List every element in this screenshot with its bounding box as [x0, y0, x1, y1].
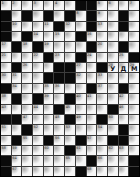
- black-cell: [54, 63, 64, 72]
- grid-cell[interactable]: [12, 105, 22, 114]
- grid-cell[interactable]: 55: [22, 136, 32, 145]
- black-cell: [1, 115, 11, 124]
- grid-cell[interactable]: [129, 32, 139, 41]
- grid-cell[interactable]: 13: [97, 22, 107, 31]
- grid-cell[interactable]: 44: [33, 105, 43, 114]
- grid-cell[interactable]: 32: [76, 73, 86, 82]
- grid-cell[interactable]: [129, 115, 139, 124]
- clue-number: 36: [55, 84, 59, 88]
- black-cell: [87, 84, 97, 93]
- grid-cell[interactable]: [33, 22, 43, 31]
- grid-cell[interactable]: 28У: [108, 63, 118, 72]
- black-cell: [76, 167, 86, 176]
- grid-cell[interactable]: 5: [97, 1, 107, 10]
- grid-cell[interactable]: [44, 1, 54, 10]
- clue-number: 61: [76, 146, 80, 150]
- grid-cell[interactable]: 6: [108, 1, 118, 10]
- black-cell: [76, 32, 86, 41]
- grid-cell[interactable]: 24: [87, 53, 97, 62]
- black-cell: [87, 156, 97, 165]
- grid-cell[interactable]: [108, 156, 118, 165]
- black-cell: [12, 115, 22, 124]
- black-cell: [33, 42, 43, 51]
- grid-cell[interactable]: [44, 63, 54, 72]
- grid-cell[interactable]: 38: [1, 94, 11, 103]
- grid-cell[interactable]: [22, 167, 32, 176]
- grid-cell[interactable]: [65, 32, 75, 41]
- clue-number: 51: [2, 125, 6, 129]
- black-cell: [22, 32, 32, 41]
- black-cell: [12, 42, 22, 51]
- grid-cell[interactable]: [65, 167, 75, 176]
- grid-cell[interactable]: 67: [12, 167, 22, 176]
- grid-cell[interactable]: [65, 42, 75, 51]
- grid-cell[interactable]: 59: [12, 146, 22, 155]
- clue-number: 7: [130, 1, 132, 5]
- clue-number: 45: [66, 105, 70, 109]
- clue-number: 59: [12, 146, 16, 150]
- clue-number: 47: [23, 115, 27, 119]
- grid-cell[interactable]: [97, 53, 107, 62]
- black-cell: [129, 156, 139, 165]
- clue-number: 68: [87, 167, 91, 171]
- grid-cell[interactable]: [97, 94, 107, 103]
- grid-cell[interactable]: 8: [76, 11, 86, 20]
- clue-number: 41: [87, 94, 91, 98]
- clue-number: 21: [2, 53, 6, 57]
- black-cell: [33, 94, 43, 103]
- grid-cell[interactable]: 17: [1, 42, 11, 51]
- black-cell: [54, 105, 64, 114]
- grid-cell[interactable]: 43: [1, 105, 11, 114]
- clue-number: 66: [98, 156, 102, 160]
- grid-cell[interactable]: [87, 115, 97, 124]
- grid-cell[interactable]: [22, 94, 32, 103]
- grid-cell[interactable]: [12, 32, 22, 41]
- clue-number: 11: [44, 22, 48, 26]
- grid-cell[interactable]: 53: [65, 125, 75, 134]
- grid-cell[interactable]: 7: [129, 1, 139, 10]
- grid-cell[interactable]: 26: [22, 63, 32, 72]
- clue-number: 22: [34, 53, 38, 57]
- black-cell: [1, 156, 11, 165]
- grid-cell[interactable]: [54, 125, 64, 134]
- clue-number: 56: [55, 136, 59, 140]
- black-cell: [87, 11, 97, 20]
- clue-number: 25: [119, 53, 123, 57]
- clue-number: 43: [2, 105, 6, 109]
- grid-cell[interactable]: [97, 32, 107, 41]
- grid-cell[interactable]: 18: [22, 42, 32, 51]
- grid-cell[interactable]: [87, 125, 97, 134]
- grid-cell[interactable]: 47: [22, 115, 32, 124]
- grid-cell[interactable]: [76, 105, 86, 114]
- grid-cell[interactable]: [119, 1, 129, 10]
- clue-number: 62: [108, 146, 112, 150]
- clue-number: 55: [23, 136, 27, 140]
- grid-cell[interactable]: 31: [12, 73, 22, 82]
- clue-number: 19: [44, 42, 48, 46]
- grid-cell[interactable]: [33, 167, 43, 176]
- clue-number: 27: [76, 63, 80, 67]
- grid-cell[interactable]: [54, 11, 64, 20]
- grid-cell[interactable]: 36: [54, 84, 64, 93]
- clue-number: 63: [119, 146, 123, 150]
- black-cell: [54, 73, 64, 82]
- grid-cell[interactable]: [108, 84, 118, 93]
- grid-cell[interactable]: [76, 84, 86, 93]
- grid-cell[interactable]: 29М: [129, 63, 139, 72]
- grid-cell[interactable]: 14: [33, 32, 43, 41]
- clue-number: 40: [76, 94, 80, 98]
- grid-cell[interactable]: [129, 94, 139, 103]
- grid-cell[interactable]: 49: [76, 115, 86, 124]
- clue-number: 52: [34, 125, 38, 129]
- grid-cell[interactable]: 63: [119, 146, 129, 155]
- clue-number: 37: [98, 84, 102, 88]
- grid-cell[interactable]: [87, 73, 97, 82]
- black-cell: [12, 94, 22, 103]
- grid-cell[interactable]: [1, 136, 11, 145]
- grid-cell[interactable]: 61: [76, 146, 86, 155]
- grid-cell[interactable]: [108, 32, 118, 41]
- clue-number: 39: [44, 94, 48, 98]
- clue-number: 2: [12, 1, 14, 5]
- grid-cell[interactable]: 39: [44, 94, 54, 103]
- black-cell: [119, 22, 129, 31]
- grid-cell[interactable]: [97, 167, 107, 176]
- clue-number: 65: [66, 156, 70, 160]
- grid-cell[interactable]: [108, 94, 118, 103]
- grid-cell[interactable]: [129, 84, 139, 93]
- black-cell: [76, 1, 86, 10]
- black-cell: [65, 94, 75, 103]
- grid-cell[interactable]: 19: [44, 42, 54, 51]
- grid-cell[interactable]: [44, 105, 54, 114]
- clue-number: 20: [98, 42, 102, 46]
- grid-cell[interactable]: [76, 125, 86, 134]
- grid-cell[interactable]: [76, 42, 86, 51]
- black-cell: [44, 73, 54, 82]
- clue-number: 18: [23, 42, 27, 46]
- black-cell: [1, 32, 11, 41]
- clue-number: 9: [98, 11, 100, 15]
- clue-number: 67: [12, 167, 16, 171]
- black-cell: [44, 136, 54, 145]
- grid-cell[interactable]: 65: [65, 156, 75, 165]
- grid-cell[interactable]: [33, 115, 43, 124]
- crossword-board: 1234567891011121314151617181920212223242…: [0, 0, 140, 177]
- black-cell: [44, 11, 54, 20]
- grid-cell[interactable]: [129, 136, 139, 145]
- grid-cell[interactable]: [108, 125, 118, 134]
- grid-cell[interactable]: 58: [1, 146, 11, 155]
- grid-cell[interactable]: 10: [12, 22, 22, 31]
- black-cell: [22, 11, 32, 20]
- grid-cell[interactable]: [22, 84, 32, 93]
- black-cell: [22, 125, 32, 134]
- grid-cell[interactable]: 60: [44, 146, 54, 155]
- grid-cell[interactable]: [65, 53, 75, 62]
- grid-cell[interactable]: [65, 84, 75, 93]
- grid-cell[interactable]: 4: [54, 1, 64, 10]
- grid-cell[interactable]: [54, 146, 64, 155]
- black-cell: [119, 125, 129, 134]
- grid-cell[interactable]: 40: [76, 94, 86, 103]
- grid-cell[interactable]: 50: [108, 115, 118, 124]
- black-cell: [12, 136, 22, 145]
- clue-number: 4: [55, 1, 57, 5]
- grid-cell[interactable]: [76, 156, 86, 165]
- grid-cell[interactable]: [12, 125, 22, 134]
- black-cell: [97, 115, 107, 124]
- grid-cell[interactable]: [33, 73, 43, 82]
- grid-cell[interactable]: [54, 156, 64, 165]
- grid-cell[interactable]: 20: [97, 42, 107, 51]
- black-cell: [87, 42, 97, 51]
- grid-cell[interactable]: [22, 105, 32, 114]
- grid-cell[interactable]: [108, 11, 118, 20]
- grid-cell[interactable]: [22, 22, 32, 31]
- black-cell: [119, 11, 129, 20]
- clue-number: 38: [2, 94, 6, 98]
- grid-cell[interactable]: 52: [33, 125, 43, 134]
- grid-cell[interactable]: [54, 167, 64, 176]
- clue-number: 60: [44, 146, 48, 150]
- grid-cell[interactable]: 48: [54, 115, 64, 124]
- grid-cell[interactable]: [44, 125, 54, 134]
- clue-number: 34: [12, 84, 16, 88]
- grid-cell[interactable]: 62: [108, 146, 118, 155]
- grid-cell[interactable]: [44, 32, 54, 41]
- grid-cell[interactable]: [65, 1, 75, 10]
- grid-cell[interactable]: 25: [119, 53, 129, 62]
- clue-number: 3: [34, 1, 36, 5]
- black-cell: [44, 53, 54, 62]
- black-cell: [119, 136, 129, 145]
- grid-cell[interactable]: 34: [12, 84, 22, 93]
- clue-number: 5: [98, 1, 100, 5]
- grid-cell[interactable]: [119, 73, 129, 82]
- grid-cell[interactable]: 23: [54, 53, 64, 62]
- clue-number: 1: [2, 1, 4, 5]
- clue-number: 49: [76, 115, 80, 119]
- grid-cell[interactable]: [12, 53, 22, 62]
- grid-cell[interactable]: 42: [119, 94, 129, 103]
- clue-number: 26: [23, 63, 27, 67]
- clue-number: 30: [2, 73, 6, 77]
- clue-number: 14: [34, 32, 38, 36]
- grid-cell[interactable]: [129, 11, 139, 20]
- clue-number: 23: [55, 53, 59, 57]
- grid-cell[interactable]: 12: [65, 22, 75, 31]
- black-cell: [65, 146, 75, 155]
- grid-cell[interactable]: [129, 125, 139, 134]
- grid-cell[interactable]: [65, 136, 75, 145]
- grid-cell[interactable]: [1, 63, 11, 72]
- black-cell: [65, 63, 75, 72]
- grid-cell[interactable]: [12, 11, 22, 20]
- black-cell: [129, 167, 139, 176]
- clue-number: 50: [108, 115, 112, 119]
- clue-number: 16: [87, 32, 91, 36]
- black-cell: [87, 22, 97, 31]
- grid-cell[interactable]: 2: [12, 1, 22, 10]
- grid-cell[interactable]: 15: [54, 32, 64, 41]
- black-cell: [119, 84, 129, 93]
- clue-number: 12: [66, 22, 70, 26]
- grid-cell[interactable]: 57: [87, 136, 97, 145]
- black-cell: [65, 73, 75, 82]
- grid-cell[interactable]: 33: [97, 73, 107, 82]
- grid-cell[interactable]: [44, 115, 54, 124]
- grid-cell[interactable]: [87, 105, 97, 114]
- black-cell: [76, 136, 86, 145]
- clue-number: 32: [76, 73, 80, 77]
- grid-cell[interactable]: [22, 156, 32, 165]
- clue-number: 31: [12, 73, 16, 77]
- grid-cell[interactable]: [22, 53, 32, 62]
- grid-cell[interactable]: [119, 115, 129, 124]
- clue-number: 8: [76, 11, 78, 15]
- grid-cell[interactable]: [54, 94, 64, 103]
- grid-cell[interactable]: 21: [1, 53, 11, 62]
- black-cell: [76, 53, 86, 62]
- clue-number: 53: [66, 125, 70, 129]
- clue-number: 57: [87, 136, 91, 140]
- grid-cell[interactable]: 3: [33, 1, 43, 10]
- grid-cell[interactable]: Д: [119, 63, 129, 72]
- black-cell: [1, 167, 11, 176]
- grid-cell[interactable]: [33, 156, 43, 165]
- grid-cell[interactable]: [33, 146, 43, 155]
- black-cell: [129, 53, 139, 62]
- grid-cell[interactable]: [129, 73, 139, 82]
- clue-number: 48: [55, 115, 59, 119]
- clue-number: 46: [119, 105, 123, 109]
- clue-number: 6: [108, 1, 110, 5]
- grid-cell[interactable]: [33, 63, 43, 72]
- black-cell: [108, 105, 118, 114]
- grid-cell[interactable]: 56: [54, 136, 64, 145]
- clue-number: 13: [98, 22, 102, 26]
- grid-cell[interactable]: [129, 22, 139, 31]
- black-cell: [119, 42, 129, 51]
- clue-number: 10: [12, 22, 16, 26]
- black-cell: [65, 115, 75, 124]
- clue-number: 64: [12, 156, 16, 160]
- grid-cell[interactable]: [97, 105, 107, 114]
- grid-cell[interactable]: [54, 42, 64, 51]
- black-cell: [1, 11, 11, 20]
- grid-cell[interactable]: 45: [65, 105, 75, 114]
- grid-cell[interactable]: 37: [97, 84, 107, 93]
- cell-letter: Д: [119, 65, 129, 73]
- grid-cell[interactable]: [97, 146, 107, 155]
- grid-cell[interactable]: [108, 22, 118, 31]
- grid-cell[interactable]: [108, 53, 118, 62]
- grid-cell[interactable]: [119, 32, 129, 41]
- grid-cell[interactable]: [119, 156, 129, 165]
- grid-cell[interactable]: 46: [119, 105, 129, 114]
- clue-number: 24: [87, 53, 91, 57]
- clue-number: 54: [98, 125, 102, 129]
- clue-number: 42: [119, 94, 123, 98]
- grid-cell[interactable]: 27: [76, 63, 86, 72]
- grid-cell[interactable]: 41: [87, 94, 97, 103]
- clue-number: 33: [98, 73, 102, 77]
- grid-cell[interactable]: [108, 73, 118, 82]
- black-cell: [1, 84, 11, 93]
- grid-cell[interactable]: [129, 42, 139, 51]
- grid-cell[interactable]: [129, 146, 139, 155]
- cell-letter: М: [129, 65, 139, 73]
- grid-cell[interactable]: 66: [97, 156, 107, 165]
- grid-cell[interactable]: 11: [44, 22, 54, 31]
- grid-cell[interactable]: [44, 156, 54, 165]
- grid-cell[interactable]: [108, 42, 118, 51]
- clue-number: 58: [2, 146, 6, 150]
- grid-cell[interactable]: [22, 146, 32, 155]
- grid-cell[interactable]: 35: [44, 84, 54, 93]
- grid-cell[interactable]: 64: [12, 156, 22, 165]
- black-cell: [12, 63, 22, 72]
- grid-cell[interactable]: 16: [87, 32, 97, 41]
- grid-cell[interactable]: 1: [1, 1, 11, 10]
- grid-cell[interactable]: 51: [1, 125, 11, 134]
- grid-cell[interactable]: [33, 84, 43, 93]
- black-cell: [65, 11, 75, 20]
- grid-cell[interactable]: [22, 1, 32, 10]
- black-cell: [87, 1, 97, 10]
- black-cell: [97, 63, 107, 72]
- grid-cell[interactable]: [87, 63, 97, 72]
- grid-cell[interactable]: [129, 105, 139, 114]
- black-cell: [108, 136, 118, 145]
- grid-cell[interactable]: [87, 146, 97, 155]
- grid-cell[interactable]: [108, 167, 118, 176]
- grid-cell[interactable]: [22, 73, 32, 82]
- grid-cell[interactable]: [97, 136, 107, 145]
- clue-number: 15: [55, 32, 59, 36]
- cell-letter: У: [108, 65, 118, 73]
- grid-cell[interactable]: [44, 167, 54, 176]
- black-cell: [54, 22, 64, 31]
- grid-cell[interactable]: [33, 136, 43, 145]
- grid-cell[interactable]: [76, 22, 86, 31]
- clue-number: 44: [34, 105, 38, 109]
- grid-cell[interactable]: 30: [1, 73, 11, 82]
- grid-cell[interactable]: [33, 11, 43, 20]
- black-cell: [1, 22, 11, 31]
- grid-cell[interactable]: 22: [33, 53, 43, 62]
- clue-number: 17: [2, 42, 6, 46]
- grid-cell[interactable]: 9: [97, 11, 107, 20]
- grid-cell[interactable]: [119, 167, 129, 176]
- grid-cell[interactable]: 54: [97, 125, 107, 134]
- clue-number: 35: [44, 84, 48, 88]
- grid-cell[interactable]: 68: [87, 167, 97, 176]
